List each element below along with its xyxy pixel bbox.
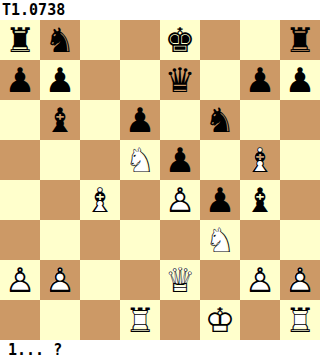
square-f8[interactable] xyxy=(200,20,240,60)
piece-white-king-f1: ♔ xyxy=(200,300,240,340)
piece-fill-white-knight-d5: ♞ xyxy=(120,140,160,180)
square-e7[interactable]: ♛ xyxy=(160,60,200,100)
square-c6[interactable] xyxy=(80,100,120,140)
square-d2[interactable] xyxy=(120,260,160,300)
square-a7[interactable]: ♟ xyxy=(0,60,40,100)
chess-app-window: T1.0738 ♜♞♚♜♟♟♛♟♟♝♟♞♞♘♟♝♗♝♗♟♙♟♝♞♘♟♙♟♙♛♕♟… xyxy=(0,0,320,360)
piece-black-pawn-e5: ♟ xyxy=(160,140,200,180)
piece-black-pawn-f4: ♟ xyxy=(200,180,240,220)
square-c3[interactable] xyxy=(80,220,120,260)
square-g2[interactable]: ♟♙ xyxy=(240,260,280,300)
square-h7[interactable]: ♟ xyxy=(280,60,320,100)
square-h5[interactable] xyxy=(280,140,320,180)
piece-fill-white-pawn-h2: ♟ xyxy=(280,260,320,300)
piece-fill-white-bishop-c4: ♝ xyxy=(80,180,120,220)
square-c8[interactable] xyxy=(80,20,120,60)
piece-fill-white-king-f1: ♚ xyxy=(200,300,240,340)
square-f7[interactable] xyxy=(200,60,240,100)
piece-fill-white-pawn-g2: ♟ xyxy=(240,260,280,300)
square-g1[interactable] xyxy=(240,300,280,340)
square-h2[interactable]: ♟♙ xyxy=(280,260,320,300)
piece-white-queen-e2: ♕ xyxy=(160,260,200,300)
move-prompt-label: 1... ? xyxy=(0,340,320,360)
square-a8[interactable]: ♜ xyxy=(0,20,40,60)
square-e2[interactable]: ♛♕ xyxy=(160,260,200,300)
piece-black-pawn-g7: ♟ xyxy=(240,60,280,100)
piece-fill-white-pawn-a2: ♟ xyxy=(0,260,40,300)
square-f6[interactable]: ♞ xyxy=(200,100,240,140)
piece-fill-white-rook-d1: ♜ xyxy=(120,300,160,340)
chess-board: ♜♞♚♜♟♟♛♟♟♝♟♞♞♘♟♝♗♝♗♟♙♟♝♞♘♟♙♟♙♛♕♟♙♟♙♜♖♚♔♜… xyxy=(0,20,320,340)
square-c5[interactable] xyxy=(80,140,120,180)
piece-black-knight-f6: ♞ xyxy=(200,100,240,140)
square-g7[interactable]: ♟ xyxy=(240,60,280,100)
square-b3[interactable] xyxy=(40,220,80,260)
square-c1[interactable] xyxy=(80,300,120,340)
square-a3[interactable] xyxy=(0,220,40,260)
square-c2[interactable] xyxy=(80,260,120,300)
square-e4[interactable]: ♟♙ xyxy=(160,180,200,220)
square-d1[interactable]: ♜♖ xyxy=(120,300,160,340)
piece-black-bishop-g4: ♝ xyxy=(240,180,280,220)
square-f2[interactable] xyxy=(200,260,240,300)
square-g6[interactable] xyxy=(240,100,280,140)
square-f1[interactable]: ♚♔ xyxy=(200,300,240,340)
square-b6[interactable]: ♝ xyxy=(40,100,80,140)
square-a5[interactable] xyxy=(0,140,40,180)
square-d3[interactable] xyxy=(120,220,160,260)
piece-black-bishop-b6: ♝ xyxy=(40,100,80,140)
square-d4[interactable] xyxy=(120,180,160,220)
puzzle-id-label: T1.0738 xyxy=(0,0,320,20)
piece-black-pawn-a7: ♟ xyxy=(0,60,40,100)
piece-black-rook-a8: ♜ xyxy=(0,20,40,60)
square-e6[interactable] xyxy=(160,100,200,140)
square-b7[interactable]: ♟ xyxy=(40,60,80,100)
piece-white-bishop-g5: ♗ xyxy=(240,140,280,180)
square-d7[interactable] xyxy=(120,60,160,100)
piece-fill-white-bishop-g5: ♝ xyxy=(240,140,280,180)
square-h4[interactable] xyxy=(280,180,320,220)
piece-black-king-e8: ♚ xyxy=(160,20,200,60)
piece-black-pawn-h7: ♟ xyxy=(280,60,320,100)
piece-white-pawn-h2: ♙ xyxy=(280,260,320,300)
square-h3[interactable] xyxy=(280,220,320,260)
piece-white-pawn-b2: ♙ xyxy=(40,260,80,300)
square-d8[interactable] xyxy=(120,20,160,60)
square-h6[interactable] xyxy=(280,100,320,140)
piece-white-knight-d5: ♘ xyxy=(120,140,160,180)
square-h1[interactable]: ♜♖ xyxy=(280,300,320,340)
square-b5[interactable] xyxy=(40,140,80,180)
piece-white-pawn-a2: ♙ xyxy=(0,260,40,300)
square-d6[interactable]: ♟ xyxy=(120,100,160,140)
piece-fill-white-queen-e2: ♛ xyxy=(160,260,200,300)
square-f5[interactable] xyxy=(200,140,240,180)
square-g4[interactable]: ♝ xyxy=(240,180,280,220)
piece-white-rook-d1: ♖ xyxy=(120,300,160,340)
piece-white-pawn-e4: ♙ xyxy=(160,180,200,220)
square-d5[interactable]: ♞♘ xyxy=(120,140,160,180)
square-c7[interactable] xyxy=(80,60,120,100)
piece-fill-white-pawn-e4: ♟ xyxy=(160,180,200,220)
piece-white-knight-f3: ♘ xyxy=(200,220,240,260)
square-a2[interactable]: ♟♙ xyxy=(0,260,40,300)
square-g3[interactable] xyxy=(240,220,280,260)
square-a4[interactable] xyxy=(0,180,40,220)
square-e1[interactable] xyxy=(160,300,200,340)
piece-black-knight-b8: ♞ xyxy=(40,20,80,60)
piece-white-bishop-c4: ♗ xyxy=(80,180,120,220)
square-e3[interactable] xyxy=(160,220,200,260)
piece-black-rook-h8: ♜ xyxy=(280,20,320,60)
square-c4[interactable]: ♝♗ xyxy=(80,180,120,220)
square-e5[interactable]: ♟ xyxy=(160,140,200,180)
piece-white-rook-h1: ♖ xyxy=(280,300,320,340)
piece-black-queen-e7: ♛ xyxy=(160,60,200,100)
piece-black-pawn-d6: ♟ xyxy=(120,100,160,140)
piece-black-pawn-b7: ♟ xyxy=(40,60,80,100)
square-a6[interactable] xyxy=(0,100,40,140)
square-a1[interactable] xyxy=(0,300,40,340)
square-h8[interactable]: ♜ xyxy=(280,20,320,60)
square-b4[interactable] xyxy=(40,180,80,220)
square-g8[interactable] xyxy=(240,20,280,60)
piece-fill-white-pawn-b2: ♟ xyxy=(40,260,80,300)
piece-white-pawn-g2: ♙ xyxy=(240,260,280,300)
piece-fill-white-rook-h1: ♜ xyxy=(280,300,320,340)
piece-fill-white-knight-f3: ♞ xyxy=(200,220,240,260)
square-b1[interactable] xyxy=(40,300,80,340)
square-e8[interactable]: ♚ xyxy=(160,20,200,60)
square-b2[interactable]: ♟♙ xyxy=(40,260,80,300)
square-b8[interactable]: ♞ xyxy=(40,20,80,60)
square-f4[interactable]: ♟ xyxy=(200,180,240,220)
square-g5[interactable]: ♝♗ xyxy=(240,140,280,180)
square-f3[interactable]: ♞♘ xyxy=(200,220,240,260)
